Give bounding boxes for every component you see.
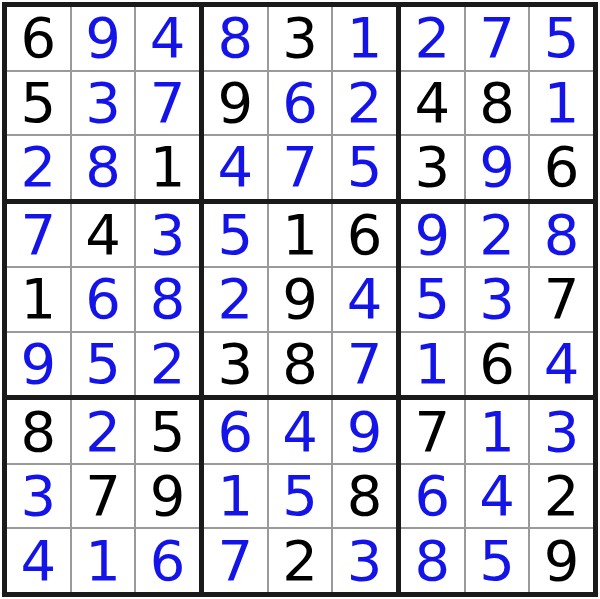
- cell-r6c7[interactable]: 1: [401, 333, 464, 396]
- cell-r2c2[interactable]: 3: [72, 72, 135, 135]
- cell-r9c8[interactable]: 5: [466, 529, 529, 592]
- cell-r5c6[interactable]: 4: [333, 268, 396, 331]
- cell-r5c9[interactable]: 7: [530, 268, 593, 331]
- block-r3c1: 825379416: [7, 400, 199, 592]
- cell-r1c3[interactable]: 4: [136, 7, 199, 70]
- cell-r2c7[interactable]: 4: [401, 72, 464, 135]
- cell-r9c7[interactable]: 8: [401, 529, 464, 592]
- cell-r6c8[interactable]: 6: [466, 333, 529, 396]
- cell-r8c8[interactable]: 4: [466, 465, 529, 528]
- cell-r1c4[interactable]: 8: [204, 7, 267, 70]
- cell-r3c3[interactable]: 1: [136, 136, 199, 199]
- cell-r7c3[interactable]: 5: [136, 400, 199, 463]
- cell-r9c1[interactable]: 4: [7, 529, 70, 592]
- cell-r3c1[interactable]: 2: [7, 136, 70, 199]
- cell-r7c1[interactable]: 8: [7, 400, 70, 463]
- cell-r7c9[interactable]: 3: [530, 400, 593, 463]
- cell-r3c4[interactable]: 4: [204, 136, 267, 199]
- cell-r3c8[interactable]: 9: [466, 136, 529, 199]
- cell-r9c5[interactable]: 2: [269, 529, 332, 592]
- cell-r8c6[interactable]: 8: [333, 465, 396, 528]
- cell-r4c2[interactable]: 4: [72, 204, 135, 267]
- cell-r5c1[interactable]: 1: [7, 268, 70, 331]
- cell-r1c1[interactable]: 6: [7, 7, 70, 70]
- cell-r6c5[interactable]: 8: [269, 333, 332, 396]
- cell-r4c6[interactable]: 6: [333, 204, 396, 267]
- cell-r5c7[interactable]: 5: [401, 268, 464, 331]
- cell-r4c8[interactable]: 2: [466, 204, 529, 267]
- cell-r3c6[interactable]: 5: [333, 136, 396, 199]
- cell-r9c6[interactable]: 3: [333, 529, 396, 592]
- cell-r9c9[interactable]: 9: [530, 529, 593, 592]
- cell-r7c6[interactable]: 9: [333, 400, 396, 463]
- cell-r9c2[interactable]: 1: [72, 529, 135, 592]
- cell-r6c2[interactable]: 5: [72, 333, 135, 396]
- block-r1c3: 275481396: [401, 7, 593, 199]
- cell-r6c9[interactable]: 4: [530, 333, 593, 396]
- cell-r5c2[interactable]: 6: [72, 268, 135, 331]
- cell-r1c2[interactable]: 9: [72, 7, 135, 70]
- cell-r8c4[interactable]: 1: [204, 465, 267, 528]
- cell-r3c2[interactable]: 8: [72, 136, 135, 199]
- cell-r1c7[interactable]: 2: [401, 7, 464, 70]
- cell-r3c5[interactable]: 7: [269, 136, 332, 199]
- cell-r2c6[interactable]: 2: [333, 72, 396, 135]
- cell-r4c5[interactable]: 1: [269, 204, 332, 267]
- cell-r8c3[interactable]: 9: [136, 465, 199, 528]
- cell-r2c5[interactable]: 6: [269, 72, 332, 135]
- cell-r2c3[interactable]: 7: [136, 72, 199, 135]
- cell-r6c3[interactable]: 2: [136, 333, 199, 396]
- block-r2c2: 516294387: [204, 204, 396, 396]
- cell-r4c9[interactable]: 8: [530, 204, 593, 267]
- cell-r8c9[interactable]: 2: [530, 465, 593, 528]
- cell-r7c2[interactable]: 2: [72, 400, 135, 463]
- block-r2c1: 743168952: [7, 204, 199, 396]
- sudoku-board: 6945372818319624752754813967431689525162…: [2, 2, 598, 597]
- cell-r4c7[interactable]: 9: [401, 204, 464, 267]
- block-r1c1: 694537281: [7, 7, 199, 199]
- cell-r1c9[interactable]: 5: [530, 7, 593, 70]
- cell-r9c4[interactable]: 7: [204, 529, 267, 592]
- page: 6945372818319624752754813967431689525162…: [0, 0, 600, 599]
- cell-r8c2[interactable]: 7: [72, 465, 135, 528]
- cell-r2c4[interactable]: 9: [204, 72, 267, 135]
- cell-r5c8[interactable]: 3: [466, 268, 529, 331]
- cell-r9c3[interactable]: 6: [136, 529, 199, 592]
- cell-r3c7[interactable]: 3: [401, 136, 464, 199]
- cell-r4c3[interactable]: 3: [136, 204, 199, 267]
- cell-r1c8[interactable]: 7: [466, 7, 529, 70]
- cell-r4c1[interactable]: 7: [7, 204, 70, 267]
- cell-r1c5[interactable]: 3: [269, 7, 332, 70]
- cell-r7c5[interactable]: 4: [269, 400, 332, 463]
- cell-r1c6[interactable]: 1: [333, 7, 396, 70]
- block-r2c3: 928537164: [401, 204, 593, 396]
- cell-r8c5[interactable]: 5: [269, 465, 332, 528]
- cell-r7c8[interactable]: 1: [466, 400, 529, 463]
- cell-r6c1[interactable]: 9: [7, 333, 70, 396]
- cell-r5c3[interactable]: 8: [136, 268, 199, 331]
- cell-r2c8[interactable]: 8: [466, 72, 529, 135]
- cell-r8c7[interactable]: 6: [401, 465, 464, 528]
- cell-r5c4[interactable]: 2: [204, 268, 267, 331]
- cell-r7c4[interactable]: 6: [204, 400, 267, 463]
- cell-r6c4[interactable]: 3: [204, 333, 267, 396]
- block-r1c2: 831962475: [204, 7, 396, 199]
- block-r3c2: 649158723: [204, 400, 396, 592]
- cell-r2c9[interactable]: 1: [530, 72, 593, 135]
- cell-r3c9[interactable]: 6: [530, 136, 593, 199]
- cell-r4c4[interactable]: 5: [204, 204, 267, 267]
- cell-r7c7[interactable]: 7: [401, 400, 464, 463]
- cell-r5c5[interactable]: 9: [269, 268, 332, 331]
- cell-r8c1[interactable]: 3: [7, 465, 70, 528]
- cell-r6c6[interactable]: 7: [333, 333, 396, 396]
- cell-r2c1[interactable]: 5: [7, 72, 70, 135]
- block-r3c3: 713642859: [401, 400, 593, 592]
